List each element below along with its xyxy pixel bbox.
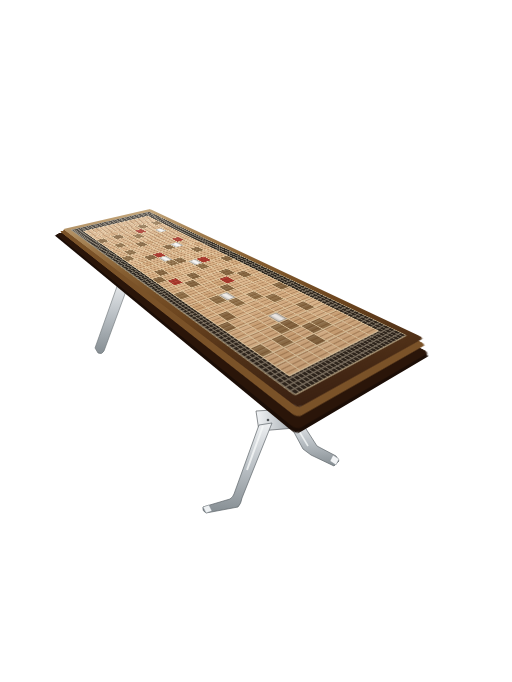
photo-background: [0, 0, 512, 682]
mosaic-field: [83, 216, 379, 377]
tabletop: [63, 209, 424, 408]
table-scene: [0, 0, 512, 682]
